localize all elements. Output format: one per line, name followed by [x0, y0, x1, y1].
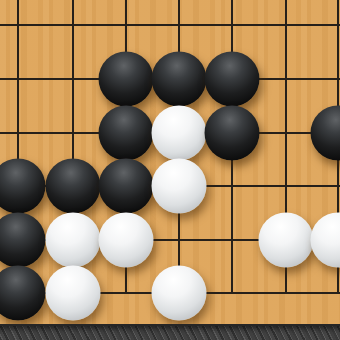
white-stone[interactable] — [151, 105, 206, 160]
black-stone[interactable] — [205, 105, 260, 160]
black-stone[interactable] — [98, 105, 153, 160]
black-stone[interactable] — [0, 266, 46, 321]
white-stone[interactable] — [151, 266, 206, 321]
grid-line-h-1 — [0, 24, 340, 26]
go-board[interactable] — [0, 0, 340, 326]
white-stone[interactable] — [151, 159, 206, 214]
black-stone[interactable] — [205, 51, 260, 106]
black-stone[interactable] — [45, 159, 100, 214]
black-stone[interactable] — [311, 105, 340, 160]
black-stone[interactable] — [0, 159, 46, 214]
white-stone[interactable] — [258, 212, 313, 267]
black-stone[interactable] — [151, 51, 206, 106]
go-game-screenshot — [0, 0, 340, 340]
white-stone[interactable] — [311, 212, 340, 267]
white-stone[interactable] — [98, 212, 153, 267]
black-stone[interactable] — [98, 51, 153, 106]
board-edge-strip — [0, 324, 340, 340]
black-stone[interactable] — [98, 159, 153, 214]
white-stone[interactable] — [45, 212, 100, 267]
white-stone[interactable] — [45, 266, 100, 321]
black-stone[interactable] — [0, 212, 46, 267]
